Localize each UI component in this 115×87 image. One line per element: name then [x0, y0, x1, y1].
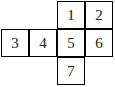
- puzzle-diagram: 1 2 3 4 5 6 7: [0, 0, 115, 87]
- grid-cell-3: 3: [1, 29, 29, 57]
- grid-cell-2: 2: [85, 1, 113, 29]
- grid-cell-1: 1: [57, 1, 85, 29]
- grid-cell-5: 5: [57, 29, 85, 57]
- grid-cell-7: 7: [57, 57, 85, 85]
- cube-net-board: 1 2 3 4 5 6 7: [1, 1, 113, 85]
- grid-cell-4: 4: [29, 29, 57, 57]
- grid-cell-6: 6: [85, 29, 113, 57]
